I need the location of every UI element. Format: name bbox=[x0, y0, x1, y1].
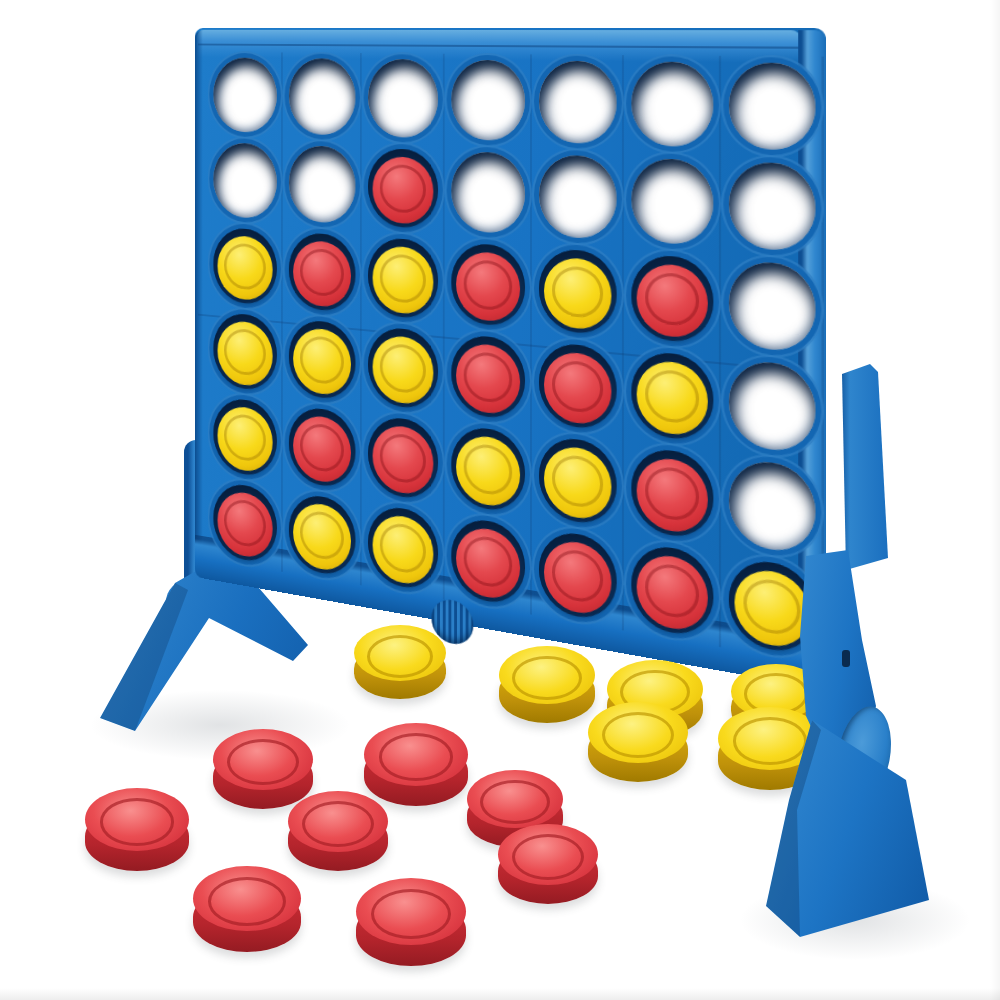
right-leg-slot bbox=[842, 650, 850, 667]
connect-four-photo bbox=[0, 0, 1000, 1000]
